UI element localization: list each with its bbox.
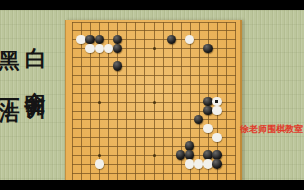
grid-line [235,22,236,183]
star-point [98,101,101,104]
white-stone [104,44,114,53]
grid-line [172,22,173,183]
white-stone [85,44,95,53]
grid-line [226,22,227,183]
last-move-marker [215,100,218,103]
grid-line [72,146,236,147]
black-stone [167,35,177,44]
black-stone [113,44,123,53]
black-stone [194,115,204,124]
white-player-label: 白 [25,29,47,32]
white-stone [185,35,195,44]
grid-line [72,173,236,174]
letterbox-top [0,0,304,10]
black-stone [212,159,222,168]
black-stone [113,35,123,44]
star-point [153,101,156,104]
watermark-text: 徐老师围棋教室 [240,124,304,134]
video-content: 黑 丁浩 白 金明训 徐老师围棋教室 [0,10,304,180]
white-stone [212,133,222,142]
video-control-bar [0,180,304,190]
white-stone [95,159,105,168]
black-stone [113,61,123,70]
black-player-name: 丁浩 [0,82,20,88]
black-stone [95,35,105,44]
grid-line [163,22,164,183]
video-frame: 黑 丁浩 白 金明训 徐老师围棋教室 [0,0,304,190]
white-stone [95,44,105,53]
star-point [98,154,101,157]
go-board [65,20,242,190]
grid-line [72,119,236,120]
star-point [153,154,156,157]
black-stone [176,150,186,159]
white-stone [212,97,222,106]
black-player-label: 黑 [0,34,20,37]
white-stone [203,124,213,133]
black-stone [85,35,95,44]
black-stone [203,44,213,53]
white-player-name: 金明训 [25,75,46,84]
star-point [153,47,156,50]
white-stone [212,106,222,115]
white-stone [185,159,195,168]
